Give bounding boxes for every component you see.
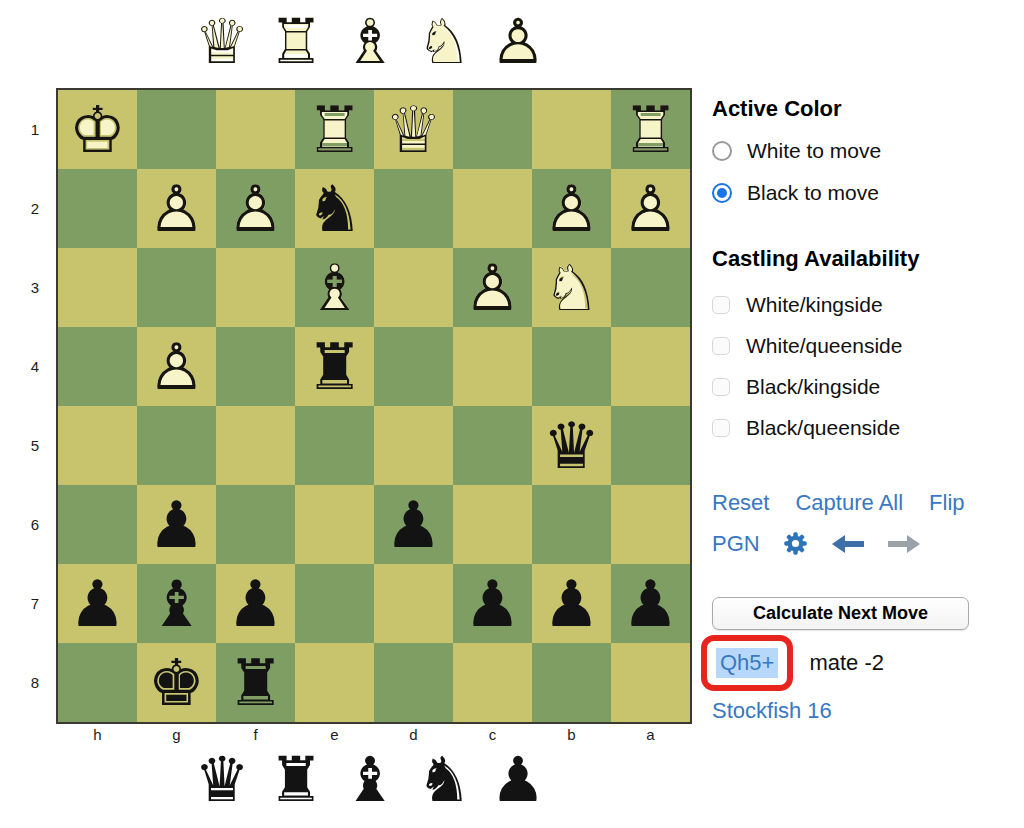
square-d1[interactable]: ♛♕ [374, 90, 453, 169]
rank-label-2: 2 [24, 169, 46, 248]
best-move-link[interactable]: Qh5+ [716, 648, 778, 678]
palette-black-pawn[interactable]: ♟ [481, 744, 555, 816]
black-king-piece: ♚ [137, 643, 216, 722]
black-pawn-piece: ♟ [58, 564, 137, 643]
square-a2[interactable]: ♟♙ [611, 169, 690, 248]
radio-label: Black to move [747, 181, 879, 205]
square-a3[interactable] [611, 248, 690, 327]
checkbox-black-kingside[interactable]: Black/kingside [712, 374, 1024, 400]
gear-icon[interactable] [782, 530, 809, 557]
white-pawn-piece: ♟♙ [481, 6, 555, 78]
square-f4[interactable] [216, 327, 295, 406]
flip-link[interactable]: Flip [929, 490, 964, 516]
palette-black-queen[interactable]: ♛ [185, 744, 259, 816]
square-g5[interactable] [137, 406, 216, 485]
black-rook-piece: ♜ [295, 327, 374, 406]
palette-white-pawn[interactable]: ♟♙ [481, 6, 555, 78]
file-label-f: f [216, 725, 295, 743]
checkbox-white-kingside[interactable]: White/kingside [712, 292, 1024, 318]
white-rook-piece: ♜♖ [295, 90, 374, 169]
calculate-next-move-button[interactable]: Calculate Next Move [712, 597, 969, 630]
palette-white-knight[interactable]: ♞♘ [407, 6, 481, 78]
capture-all-link[interactable]: Capture All [795, 490, 903, 516]
square-a8[interactable] [611, 643, 690, 722]
square-b2[interactable]: ♟♙ [532, 169, 611, 248]
white-pawn-piece: ♟♙ [216, 169, 295, 248]
square-f3[interactable] [216, 248, 295, 327]
square-f5[interactable] [216, 406, 295, 485]
white-pawn-piece: ♟♙ [137, 169, 216, 248]
square-c5[interactable] [453, 406, 532, 485]
square-c7[interactable]: ♟ [453, 564, 532, 643]
square-b4[interactable] [532, 327, 611, 406]
square-d5[interactable] [374, 406, 453, 485]
file-label-e: e [295, 725, 374, 743]
file-label-c: c [453, 725, 532, 743]
annotation-red-box: Qh5+ [701, 635, 793, 691]
square-b6[interactable] [532, 485, 611, 564]
file-label-a: a [611, 725, 690, 743]
white-pawn-piece: ♟♙ [453, 248, 532, 327]
file-label-g: g [137, 725, 216, 743]
square-g4[interactable]: ♟♙ [137, 327, 216, 406]
black-bishop-piece: ♝ [137, 564, 216, 643]
square-g2[interactable]: ♟♙ [137, 169, 216, 248]
checkbox-black-queenside[interactable]: Black/queenside [712, 415, 1024, 441]
square-g8[interactable]: ♚ [137, 643, 216, 722]
square-g6[interactable]: ♟ [137, 485, 216, 564]
checkbox-unchecked-icon[interactable] [712, 296, 730, 314]
white-queen-piece: ♛♕ [185, 6, 259, 78]
palette-white-queen[interactable]: ♛♕ [185, 6, 259, 78]
square-g7[interactable]: ♝ [137, 564, 216, 643]
square-e3[interactable]: ♝♗ [295, 248, 374, 327]
checkbox-label: Black/kingside [746, 375, 880, 399]
palette-black-rook[interactable]: ♜ [259, 744, 333, 816]
square-g1[interactable] [137, 90, 216, 169]
black-rook-piece: ♜ [216, 643, 295, 722]
palette-black-knight[interactable]: ♞ [407, 744, 481, 816]
active-color-options: White to moveBlack to move [712, 138, 1024, 222]
square-h6[interactable] [58, 485, 137, 564]
square-h8[interactable] [58, 643, 137, 722]
file-label-d: d [374, 725, 453, 743]
square-a4[interactable] [611, 327, 690, 406]
reset-link[interactable]: Reset [712, 490, 769, 516]
checkbox-label: White/kingside [746, 293, 883, 317]
file-label-h: h [58, 725, 137, 743]
chess-board: ♚♔♜♖♛♕♜♖♟♙♟♙♞♟♙♟♙♝♗♟♙♞♘♟♙♜♛♟♟♟♝♟♟♟♟♚♜ [56, 88, 692, 724]
rank-labels: 12345678 [24, 90, 46, 722]
white-knight-piece: ♞♘ [532, 248, 611, 327]
square-h4[interactable] [58, 327, 137, 406]
white-pawn-piece: ♟♙ [137, 327, 216, 406]
black-knight-piece: ♞ [407, 744, 481, 816]
checkbox-unchecked-icon[interactable] [712, 378, 730, 396]
square-c4[interactable] [453, 327, 532, 406]
square-e1[interactable]: ♜♖ [295, 90, 374, 169]
white-rook-piece: ♜♖ [611, 90, 690, 169]
black-bishop-piece: ♝ [333, 744, 407, 816]
rank-label-1: 1 [24, 90, 46, 169]
square-d4[interactable] [374, 327, 453, 406]
castling-heading: Castling Availability [712, 246, 1024, 272]
square-e4[interactable]: ♜ [295, 327, 374, 406]
square-f6[interactable] [216, 485, 295, 564]
white-pawn-piece: ♟♙ [532, 169, 611, 248]
board-action-links: Reset Capture All Flip [712, 490, 1024, 516]
square-c1[interactable] [453, 90, 532, 169]
square-c8[interactable] [453, 643, 532, 722]
engine-result-row: Qh5+ mate -2 [712, 635, 1024, 691]
square-e5[interactable] [295, 406, 374, 485]
square-a1[interactable]: ♜♖ [611, 90, 690, 169]
square-d3[interactable] [374, 248, 453, 327]
checkbox-unchecked-icon[interactable] [712, 419, 730, 437]
black-queen-piece: ♛ [532, 406, 611, 485]
radio-selected-icon[interactable] [712, 183, 732, 203]
square-c6[interactable] [453, 485, 532, 564]
white-bishop-piece: ♝♗ [333, 6, 407, 78]
palette-white-rook[interactable]: ♜♖ [259, 6, 333, 78]
square-f2[interactable]: ♟♙ [216, 169, 295, 248]
castling-options: White/kingsideWhite/queensideBlack/kings… [712, 292, 1024, 456]
black-queen-piece: ♛ [185, 744, 259, 816]
square-d6[interactable]: ♟ [374, 485, 453, 564]
rank-label-5: 5 [24, 406, 46, 485]
white-piece-palette: ♛♕♜♖♝♗♞♘♟♙ [185, 6, 555, 78]
redo-arrow-icon[interactable] [887, 534, 921, 554]
black-pawn-piece: ♟ [216, 564, 295, 643]
black-pawn-piece: ♟ [481, 744, 555, 816]
white-queen-piece: ♛♕ [374, 90, 453, 169]
square-h3[interactable] [58, 248, 137, 327]
rank-label-3: 3 [24, 248, 46, 327]
square-a7[interactable]: ♟ [611, 564, 690, 643]
square-d8[interactable] [374, 643, 453, 722]
engine-name-link[interactable]: Stockfish 16 [712, 698, 1024, 724]
square-h1[interactable]: ♚♔ [58, 90, 137, 169]
rank-label-8: 8 [24, 643, 46, 722]
square-e6[interactable] [295, 485, 374, 564]
square-b7[interactable]: ♟ [532, 564, 611, 643]
pgn-link[interactable]: PGN [712, 531, 760, 557]
square-e8[interactable] [295, 643, 374, 722]
square-f7[interactable]: ♟ [216, 564, 295, 643]
file-label-b: b [532, 725, 611, 743]
palette-white-bishop[interactable]: ♝♗ [333, 6, 407, 78]
black-pawn-piece: ♟ [532, 564, 611, 643]
black-pawn-piece: ♟ [453, 564, 532, 643]
square-d7[interactable] [374, 564, 453, 643]
radio-white-to-move[interactable]: White to move [712, 138, 1024, 164]
white-bishop-piece: ♝♗ [295, 248, 374, 327]
black-pawn-piece: ♟ [137, 485, 216, 564]
square-c2[interactable] [453, 169, 532, 248]
black-piece-palette: ♛♜♝♞♟ [185, 744, 555, 816]
square-f1[interactable] [216, 90, 295, 169]
rank-label-7: 7 [24, 564, 46, 643]
checkbox-unchecked-icon[interactable] [712, 337, 730, 355]
black-knight-piece: ♞ [295, 169, 374, 248]
active-color-heading: Active Color [712, 96, 1024, 122]
square-b8[interactable] [532, 643, 611, 722]
square-f8[interactable]: ♜ [216, 643, 295, 722]
square-b5[interactable]: ♛ [532, 406, 611, 485]
white-king-piece: ♚♔ [58, 90, 137, 169]
white-rook-piece: ♜♖ [259, 6, 333, 78]
square-d2[interactable] [374, 169, 453, 248]
sidebar: Active Color White to moveBlack to move … [712, 96, 1024, 724]
black-rook-piece: ♜ [259, 744, 333, 816]
square-h2[interactable] [58, 169, 137, 248]
palette-black-bishop[interactable]: ♝ [333, 744, 407, 816]
rank-label-6: 6 [24, 485, 46, 564]
square-b3[interactable]: ♞♘ [532, 248, 611, 327]
radio-black-to-move[interactable]: Black to move [712, 180, 1024, 206]
checkbox-label: Black/queenside [746, 416, 900, 440]
square-h7[interactable]: ♟ [58, 564, 137, 643]
square-a6[interactable] [611, 485, 690, 564]
radio-label: White to move [747, 139, 881, 163]
file-labels: hgfedcba [58, 725, 690, 743]
black-pawn-piece: ♟ [374, 485, 453, 564]
pgn-and-history-row: PGN [712, 530, 1024, 557]
square-c3[interactable]: ♟♙ [453, 248, 532, 327]
square-e7[interactable] [295, 564, 374, 643]
white-knight-piece: ♞♘ [407, 6, 481, 78]
black-pawn-piece: ♟ [611, 564, 690, 643]
checkbox-white-queenside[interactable]: White/queenside [712, 333, 1024, 359]
square-b1[interactable] [532, 90, 611, 169]
checkbox-label: White/queenside [746, 334, 902, 358]
white-pawn-piece: ♟♙ [611, 169, 690, 248]
square-a5[interactable] [611, 406, 690, 485]
page: ♛♕♜♖♝♗♞♘♟♙ 12345678 ♚♔♜♖♛♕♜♖♟♙♟♙♞♟♙♟♙♝♗♟… [0, 0, 1024, 828]
square-g3[interactable] [137, 248, 216, 327]
square-e2[interactable]: ♞ [295, 169, 374, 248]
rank-label-4: 4 [24, 327, 46, 406]
square-h5[interactable] [58, 406, 137, 485]
radio-unselected-icon[interactable] [712, 141, 732, 161]
evaluation-text: mate -2 [809, 650, 884, 676]
undo-arrow-icon[interactable] [831, 534, 865, 554]
